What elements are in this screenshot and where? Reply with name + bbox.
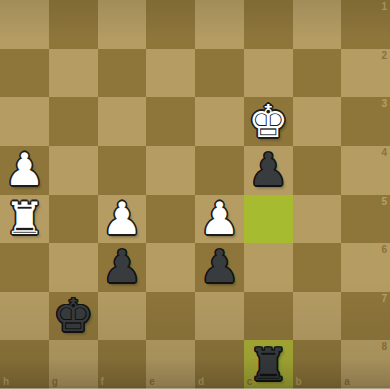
square-h6[interactable] [0,243,49,292]
square-c7[interactable] [244,292,293,341]
square-b2[interactable] [293,49,342,98]
square-h1[interactable] [0,0,49,49]
square-e3[interactable] [146,97,195,146]
square-a8[interactable]: 8a [341,340,390,389]
square-b7[interactable] [293,292,342,341]
square-b4[interactable] [293,146,342,195]
square-c3[interactable]: ♚ [244,97,293,146]
square-h3[interactable] [0,97,49,146]
white-pawn[interactable]: ♟ [102,195,142,243]
square-e6[interactable] [146,243,195,292]
square-d2[interactable] [195,49,244,98]
square-g6[interactable] [49,243,98,292]
square-d4[interactable] [195,146,244,195]
square-g7[interactable]: ♚ [49,292,98,341]
square-d1[interactable] [195,0,244,49]
square-a7[interactable]: 7 [341,292,390,341]
square-a5[interactable]: 5 [341,195,390,244]
rank-label-3: 3 [381,99,387,109]
square-f2[interactable] [98,49,147,98]
black-king[interactable]: ♚ [53,292,93,340]
square-h5[interactable]: ♜ [0,195,49,244]
square-c8[interactable]: ♜c [244,340,293,389]
square-e1[interactable] [146,0,195,49]
rank-label-2: 2 [381,51,387,61]
rank-label-1: 1 [381,2,387,12]
square-a1[interactable]: 1 [341,0,390,49]
file-label-d: d [198,377,204,387]
rank-label-5: 5 [381,197,387,207]
square-b5[interactable] [293,195,342,244]
file-label-b: b [296,377,302,387]
square-f6[interactable]: ♟ [98,243,147,292]
square-a2[interactable]: 2 [341,49,390,98]
square-d7[interactable] [195,292,244,341]
square-g1[interactable] [49,0,98,49]
file-label-a: a [344,377,350,387]
square-e7[interactable] [146,292,195,341]
square-c1[interactable] [244,0,293,49]
white-pawn[interactable]: ♟ [4,146,44,194]
square-g3[interactable] [49,97,98,146]
square-b6[interactable] [293,243,342,292]
square-c4[interactable]: ♟ [244,146,293,195]
square-c6[interactable] [244,243,293,292]
square-f4[interactable] [98,146,147,195]
file-label-c: c [247,377,253,387]
square-h2[interactable] [0,49,49,98]
square-g8[interactable]: g [49,340,98,389]
black-pawn[interactable]: ♟ [102,243,142,291]
square-e5[interactable] [146,195,195,244]
chess-board-area: 12♚3♟♟4♜♟♟5♟♟6♚7hgfed♜cb8a [0,0,390,389]
black-pawn[interactable]: ♟ [248,146,288,194]
square-f5[interactable]: ♟ [98,195,147,244]
square-f1[interactable] [98,0,147,49]
square-d8[interactable]: d [195,340,244,389]
square-g2[interactable] [49,49,98,98]
square-e2[interactable] [146,49,195,98]
square-a4[interactable]: 4 [341,146,390,195]
square-e8[interactable]: e [146,340,195,389]
file-label-f: f [101,377,104,387]
rank-label-8: 8 [381,342,387,352]
file-label-g: g [52,377,58,387]
black-pawn[interactable]: ♟ [199,243,239,291]
square-f7[interactable] [98,292,147,341]
white-rook[interactable]: ♜ [4,195,44,243]
square-e4[interactable] [146,146,195,195]
white-king[interactable]: ♚ [248,98,288,146]
square-g4[interactable] [49,146,98,195]
square-h7[interactable] [0,292,49,341]
square-h8[interactable]: h [0,340,49,389]
square-b1[interactable] [293,0,342,49]
square-d3[interactable] [195,97,244,146]
square-h4[interactable]: ♟ [0,146,49,195]
square-f8[interactable]: f [98,340,147,389]
square-d5[interactable]: ♟ [195,195,244,244]
square-f3[interactable] [98,97,147,146]
white-pawn[interactable]: ♟ [199,195,239,243]
chess-board: 12♚3♟♟4♜♟♟5♟♟6♚7hgfed♜cb8a [0,0,390,389]
file-label-e: e [149,377,155,387]
square-c5[interactable] [244,195,293,244]
square-d6[interactable]: ♟ [195,243,244,292]
square-a6[interactable]: 6 [341,243,390,292]
square-b3[interactable] [293,97,342,146]
rank-label-4: 4 [381,148,387,158]
square-b8[interactable]: b [293,340,342,389]
square-a3[interactable]: 3 [341,97,390,146]
file-label-h: h [3,377,9,387]
square-g5[interactable] [49,195,98,244]
rank-label-6: 6 [381,245,387,255]
black-rook[interactable]: ♜ [248,341,288,389]
square-c2[interactable] [244,49,293,98]
rank-label-7: 7 [381,294,387,304]
